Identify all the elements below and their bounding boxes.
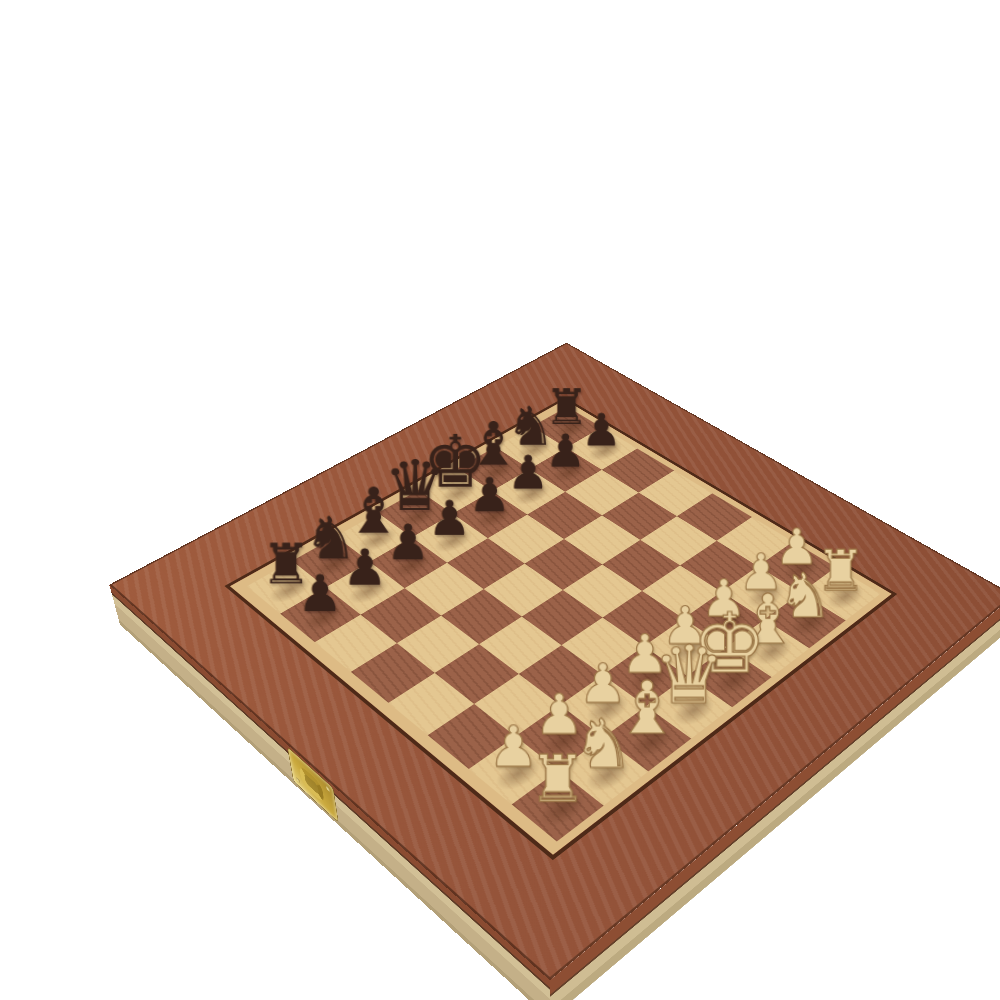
black-pawn-glyph: ♟ [298,568,344,619]
black-pawn-glyph: ♟ [343,543,388,593]
black-pawn-glyph: ♟ [582,408,622,453]
black-pawn-glyph: ♟ [428,495,471,543]
board-top-face: ♜♞♝♛♚♝♞♜♟♟♟♟♟♟♟♟♟♟♟♟♟♟♟♟♜♞♝♛♚♝♞♜ [109,343,1000,981]
black-pawn-glyph: ♟ [469,472,511,519]
photo-stage: ♜♞♝♛♚♝♞♜♟♟♟♟♟♟♟♟♟♟♟♟♟♟♟♟♜♞♝♛♚♝♞♜ [0,0,1000,1000]
black-pawn-glyph: ♟ [508,450,550,496]
black-pawn-glyph: ♟ [386,518,430,567]
black-pawn-glyph: ♟ [545,428,586,474]
white-rook-glyph: ♜ [529,747,587,812]
latch-screw [326,785,331,793]
latch-screw [296,776,301,784]
pieces-layer: ♜♞♝♛♚♝♞♜♟♟♟♟♟♟♟♟♟♟♟♟♟♟♟♟♜♞♝♛♚♝♞♜ [112,344,1000,977]
chess-box: ♜♞♝♛♚♝♞♜♟♟♟♟♟♟♟♟♟♟♟♟♟♟♟♟♜♞♝♛♚♝♞♜ [109,343,1000,981]
